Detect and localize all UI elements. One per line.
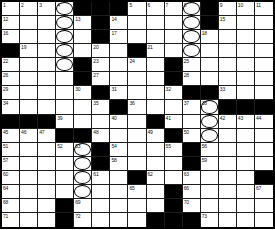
block-cell xyxy=(165,72,183,86)
block-cell xyxy=(92,86,110,100)
letter-cell[interactable] xyxy=(201,44,219,58)
block-cell xyxy=(92,16,110,30)
letter-cell[interactable] xyxy=(92,213,110,227)
clue-number: 72 xyxy=(75,213,80,219)
letter-cell[interactable] xyxy=(237,30,255,44)
letter-cell[interactable] xyxy=(74,115,92,129)
letter-cell[interactable]: 12 xyxy=(2,16,20,30)
letter-cell[interactable] xyxy=(255,58,273,72)
letter-cell[interactable]: 45 xyxy=(2,129,20,143)
letter-cell[interactable]: 6 xyxy=(147,2,165,16)
letter-cell[interactable] xyxy=(201,129,219,143)
letter-cell[interactable] xyxy=(255,143,273,157)
letter-cell[interactable] xyxy=(74,100,92,114)
block-cell xyxy=(255,171,273,185)
clue-number: 26 xyxy=(3,72,8,78)
letter-cell[interactable]: 66 xyxy=(183,185,201,199)
letter-cell[interactable] xyxy=(56,72,74,86)
letter-cell[interactable] xyxy=(237,171,255,185)
clue-number: 43 xyxy=(238,115,243,121)
letter-cell[interactable] xyxy=(110,44,128,58)
letter-cell[interactable] xyxy=(201,185,219,199)
letter-cell[interactable] xyxy=(38,30,56,44)
letter-cell[interactable]: 54 xyxy=(110,143,128,157)
clue-number: 50 xyxy=(184,129,189,135)
clue-number: 20 xyxy=(93,44,98,50)
clue-number: 73 xyxy=(202,213,207,219)
block-cell xyxy=(74,2,92,16)
letter-cell[interactable]: 29 xyxy=(2,86,20,100)
letter-cell[interactable] xyxy=(147,199,165,213)
letter-cell[interactable] xyxy=(20,185,38,199)
letter-cell[interactable]: 61 xyxy=(92,171,110,185)
letter-cell[interactable] xyxy=(128,129,146,143)
clue-number: 17 xyxy=(111,30,116,36)
letter-cell[interactable]: 65 xyxy=(128,185,146,199)
letter-cell[interactable]: 4 xyxy=(56,2,74,16)
letter-cell[interactable] xyxy=(165,44,183,58)
letter-cell[interactable] xyxy=(165,157,183,171)
letter-cell[interactable] xyxy=(147,30,165,44)
letter-cell[interactable]: 32 xyxy=(165,86,183,100)
letter-cell[interactable]: 43 xyxy=(237,115,255,129)
block-cell xyxy=(56,129,74,143)
letter-cell[interactable]: 7 xyxy=(165,2,183,16)
block-cell xyxy=(183,143,201,157)
clue-number: 49 xyxy=(148,129,153,135)
block-cell xyxy=(2,44,20,58)
circle-marker xyxy=(183,16,200,29)
letter-cell[interactable] xyxy=(201,115,219,129)
clue-number: 70 xyxy=(184,199,189,205)
letter-cell[interactable] xyxy=(110,171,128,185)
letter-cell[interactable] xyxy=(147,58,165,72)
letter-cell[interactable]: 62 xyxy=(147,171,165,185)
letter-cell[interactable]: 2 xyxy=(20,2,38,16)
letter-cell[interactable] xyxy=(56,157,74,171)
letter-cell[interactable] xyxy=(56,58,74,72)
letter-cell[interactable] xyxy=(38,171,56,185)
clue-number: 71 xyxy=(3,213,8,219)
letter-cell[interactable]: 52 xyxy=(56,143,74,157)
letter-cell[interactable]: 20 xyxy=(92,44,110,58)
letter-cell[interactable] xyxy=(20,157,38,171)
clue-number: 21 xyxy=(148,44,153,50)
letter-cell[interactable] xyxy=(74,30,92,44)
clue-number: 53 xyxy=(75,143,80,149)
letter-cell[interactable] xyxy=(56,16,74,30)
circle-marker xyxy=(201,129,218,142)
clue-number: 4 xyxy=(57,2,60,8)
clue-number: 3 xyxy=(39,2,42,8)
circle-marker xyxy=(74,157,91,170)
letter-cell[interactable]: 27 xyxy=(92,72,110,86)
letter-cell[interactable] xyxy=(183,115,201,129)
letter-cell[interactable] xyxy=(237,199,255,213)
letter-cell[interactable] xyxy=(110,185,128,199)
clue-number: 65 xyxy=(129,185,134,191)
letter-cell[interactable]: 69 xyxy=(74,199,92,213)
clue-number: 31 xyxy=(111,86,116,92)
clue-number: 35 xyxy=(93,100,98,106)
letter-cell[interactable]: 56 xyxy=(201,143,219,157)
letter-cell[interactable] xyxy=(92,115,110,129)
letter-cell[interactable] xyxy=(38,157,56,171)
letter-cell[interactable] xyxy=(237,157,255,171)
letter-cell[interactable] xyxy=(38,58,56,72)
letter-cell[interactable]: 34 xyxy=(2,100,20,114)
letter-cell[interactable]: 28 xyxy=(183,72,201,86)
clue-number: 15 xyxy=(220,16,225,22)
letter-cell[interactable] xyxy=(219,58,237,72)
letter-cell[interactable] xyxy=(147,100,165,114)
letter-cell[interactable] xyxy=(38,143,56,157)
block-cell xyxy=(110,2,128,16)
letter-cell[interactable] xyxy=(20,143,38,157)
letter-cell[interactable]: 19 xyxy=(20,44,38,58)
letter-cell[interactable]: 31 xyxy=(110,86,128,100)
letter-cell[interactable] xyxy=(56,171,74,185)
letter-cell[interactable] xyxy=(20,72,38,86)
letter-cell[interactable] xyxy=(110,199,128,213)
clue-number: 40 xyxy=(111,115,116,121)
letter-cell[interactable]: 11 xyxy=(255,2,273,16)
letter-cell[interactable] xyxy=(255,72,273,86)
letter-cell[interactable] xyxy=(255,30,273,44)
letter-cell[interactable]: 5 xyxy=(128,2,146,16)
letter-cell[interactable]: 3 xyxy=(38,2,56,16)
letter-cell[interactable]: 51 xyxy=(2,143,20,157)
letter-cell[interactable] xyxy=(74,157,92,171)
block-cell xyxy=(20,115,38,129)
clue-number: 61 xyxy=(93,171,98,177)
letter-cell[interactable] xyxy=(237,58,255,72)
letter-cell[interactable] xyxy=(147,86,165,100)
letter-cell[interactable] xyxy=(201,171,219,185)
letter-cell[interactable]: 1 xyxy=(2,2,20,16)
clue-number: 34 xyxy=(3,100,8,106)
block-cell xyxy=(183,86,201,100)
block-cell xyxy=(74,58,92,72)
block-cell xyxy=(201,2,219,16)
letter-cell[interactable] xyxy=(147,16,165,30)
letter-cell[interactable] xyxy=(56,185,74,199)
letter-cell[interactable]: 13 xyxy=(74,16,92,30)
letter-cell[interactable]: 26 xyxy=(2,72,20,86)
block-cell xyxy=(165,199,183,213)
letter-cell[interactable] xyxy=(38,199,56,213)
letter-cell[interactable] xyxy=(38,72,56,86)
block-cell xyxy=(201,86,219,100)
block-cell xyxy=(74,72,92,86)
letter-cell[interactable] xyxy=(255,213,273,227)
letter-cell[interactable]: 24 xyxy=(128,58,146,72)
letter-cell[interactable] xyxy=(255,44,273,58)
clue-number: 6 xyxy=(148,2,151,8)
letter-cell[interactable]: 30 xyxy=(74,86,92,100)
clue-number: 27 xyxy=(93,72,98,78)
letter-cell[interactable] xyxy=(110,72,128,86)
letter-cell[interactable]: 44 xyxy=(255,115,273,129)
clue-number: 39 xyxy=(57,115,62,121)
clue-number: 11 xyxy=(256,2,261,8)
letter-cell[interactable] xyxy=(38,185,56,199)
circle-marker xyxy=(56,16,73,29)
letter-cell[interactable]: 10 xyxy=(237,2,255,16)
letter-cell[interactable] xyxy=(219,72,237,86)
letter-cell[interactable]: 40 xyxy=(110,115,128,129)
letter-cell[interactable] xyxy=(255,199,273,213)
letter-cell[interactable] xyxy=(219,129,237,143)
letter-cell[interactable]: 22 xyxy=(2,58,20,72)
circle-marker xyxy=(201,115,218,128)
letter-cell[interactable] xyxy=(110,213,128,227)
clue-number: 2 xyxy=(21,2,24,8)
clue-number: 13 xyxy=(75,16,80,22)
letter-cell[interactable] xyxy=(74,171,92,185)
letter-cell[interactable] xyxy=(219,213,237,227)
letter-cell[interactable]: 59 xyxy=(201,157,219,171)
circle-marker xyxy=(74,185,91,198)
block-cell xyxy=(92,143,110,157)
clue-number: 24 xyxy=(129,58,134,64)
letter-cell[interactable] xyxy=(74,185,92,199)
clue-number: 25 xyxy=(184,58,189,64)
letter-cell[interactable]: 17 xyxy=(110,30,128,44)
letter-cell[interactable]: 71 xyxy=(2,213,20,227)
letter-cell[interactable]: 67 xyxy=(255,185,273,199)
block-cell xyxy=(38,115,56,129)
block-cell xyxy=(92,2,110,16)
letter-cell[interactable] xyxy=(219,30,237,44)
letter-cell[interactable] xyxy=(38,86,56,100)
clue-number: 42 xyxy=(220,115,225,121)
letter-cell[interactable]: 42 xyxy=(219,115,237,129)
clue-number: 63 xyxy=(184,171,189,177)
letter-cell[interactable] xyxy=(219,199,237,213)
clue-number: 57 xyxy=(3,157,8,163)
letter-cell[interactable]: 46 xyxy=(20,129,38,143)
letter-cell[interactable] xyxy=(128,199,146,213)
letter-cell[interactable] xyxy=(20,16,38,30)
letter-cell[interactable] xyxy=(20,213,38,227)
letter-cell[interactable]: 63 xyxy=(183,171,201,185)
clue-number: 28 xyxy=(184,72,189,78)
letter-cell[interactable]: 72 xyxy=(74,213,92,227)
letter-cell[interactable] xyxy=(20,199,38,213)
block-cell xyxy=(165,185,183,199)
letter-cell[interactable]: 55 xyxy=(165,143,183,157)
letter-cell[interactable]: 57 xyxy=(2,157,20,171)
clue-number: 19 xyxy=(21,44,26,50)
letter-cell[interactable] xyxy=(183,16,201,30)
letter-cell[interactable] xyxy=(147,157,165,171)
clue-number: 9 xyxy=(220,2,223,8)
letter-cell[interactable]: 68 xyxy=(2,199,20,213)
block-cell xyxy=(147,115,165,129)
letter-cell[interactable]: 9 xyxy=(219,2,237,16)
letter-cell[interactable] xyxy=(147,185,165,199)
letter-cell[interactable] xyxy=(56,30,74,44)
block-cell xyxy=(165,213,183,227)
clue-number: 5 xyxy=(129,2,132,8)
letter-cell[interactable] xyxy=(165,30,183,44)
clue-number: 66 xyxy=(184,185,189,191)
block-cell xyxy=(56,213,74,227)
letter-cell[interactable]: 14 xyxy=(110,16,128,30)
clue-number: 7 xyxy=(166,2,169,8)
block-cell xyxy=(183,213,201,227)
letter-cell[interactable]: 48 xyxy=(92,129,110,143)
clue-number: 33 xyxy=(220,86,225,92)
clue-number: 58 xyxy=(111,157,116,163)
clue-number: 68 xyxy=(3,199,8,205)
letter-cell[interactable] xyxy=(20,171,38,185)
letter-cell[interactable] xyxy=(92,185,110,199)
letter-cell[interactable] xyxy=(219,171,237,185)
letter-cell[interactable]: 49 xyxy=(147,129,165,143)
letter-cell[interactable] xyxy=(165,16,183,30)
block-cell xyxy=(128,171,146,185)
clue-number: 48 xyxy=(93,129,98,135)
block-cell xyxy=(128,44,146,58)
letter-cell[interactable] xyxy=(110,129,128,143)
letter-cell[interactable]: 16 xyxy=(2,30,20,44)
letter-cell[interactable] xyxy=(128,72,146,86)
clue-number: 29 xyxy=(3,86,8,92)
clue-number: 1 xyxy=(3,2,6,8)
letter-cell[interactable] xyxy=(201,58,219,72)
letter-cell[interactable] xyxy=(255,86,273,100)
letter-cell[interactable] xyxy=(237,129,255,143)
letter-cell[interactable] xyxy=(128,16,146,30)
clue-number: 30 xyxy=(75,86,80,92)
clue-number: 64 xyxy=(3,185,8,191)
block-cell xyxy=(74,129,92,143)
clue-number: 51 xyxy=(3,143,8,149)
letter-cell[interactable]: 15 xyxy=(219,16,237,30)
letter-cell[interactable] xyxy=(165,171,183,185)
letter-cell[interactable]: 36 xyxy=(128,100,146,114)
letter-cell[interactable] xyxy=(237,185,255,199)
letter-cell[interactable] xyxy=(38,213,56,227)
clue-number: 55 xyxy=(166,143,171,149)
letter-cell[interactable] xyxy=(255,157,273,171)
block-cell xyxy=(92,30,110,44)
letter-cell[interactable]: 33 xyxy=(219,86,237,100)
block-cell xyxy=(2,115,20,129)
crossword-page: 1234567891011121314151617181920212223242… xyxy=(0,0,275,230)
letter-cell[interactable] xyxy=(128,157,146,171)
letter-cell[interactable] xyxy=(56,100,74,114)
letter-cell[interactable] xyxy=(255,16,273,30)
letter-cell[interactable]: 23 xyxy=(92,58,110,72)
letter-cell[interactable]: 35 xyxy=(92,100,110,114)
letter-cell[interactable] xyxy=(201,72,219,86)
letter-cell[interactable] xyxy=(20,58,38,72)
letter-cell[interactable] xyxy=(147,72,165,86)
letter-cell[interactable] xyxy=(219,185,237,199)
letter-cell[interactable] xyxy=(237,213,255,227)
clue-number: 38 xyxy=(202,100,207,106)
letter-cell[interactable] xyxy=(20,100,38,114)
clue-number: 22 xyxy=(3,58,8,64)
letter-cell[interactable] xyxy=(237,143,255,157)
letter-cell[interactable] xyxy=(56,86,74,100)
letter-cell[interactable]: 38 xyxy=(201,100,219,114)
letter-cell[interactable]: 37 xyxy=(183,100,201,114)
letter-cell[interactable] xyxy=(128,30,146,44)
clue-number: 56 xyxy=(202,143,207,149)
letter-cell[interactable]: 47 xyxy=(38,129,56,143)
letter-cell[interactable] xyxy=(237,16,255,30)
clue-number: 54 xyxy=(111,143,116,149)
letter-cell[interactable] xyxy=(165,100,183,114)
letter-cell[interactable] xyxy=(183,30,201,44)
letter-cell[interactable]: 39 xyxy=(56,115,74,129)
letter-cell[interactable]: 18 xyxy=(201,30,219,44)
letter-cell[interactable]: 21 xyxy=(147,44,165,58)
letter-cell[interactable] xyxy=(219,44,237,58)
letter-cell[interactable] xyxy=(255,129,273,143)
letter-cell[interactable]: 58 xyxy=(110,157,128,171)
letter-cell[interactable] xyxy=(237,86,255,100)
clue-number: 14 xyxy=(111,16,116,22)
letter-cell[interactable]: 8 xyxy=(183,2,201,16)
letter-cell[interactable] xyxy=(183,44,201,58)
clue-number: 44 xyxy=(256,115,261,121)
letter-cell[interactable] xyxy=(38,100,56,114)
letter-cell[interactable] xyxy=(74,44,92,58)
letter-cell[interactable]: 64 xyxy=(2,185,20,199)
block-cell xyxy=(56,199,74,213)
letter-cell[interactable] xyxy=(219,157,237,171)
letter-cell[interactable] xyxy=(20,86,38,100)
letter-cell[interactable]: 41 xyxy=(165,115,183,129)
letter-cell[interactable] xyxy=(128,86,146,100)
clue-number: 67 xyxy=(256,185,261,191)
letter-cell[interactable] xyxy=(38,44,56,58)
clue-number: 37 xyxy=(184,100,189,106)
letter-cell[interactable] xyxy=(237,44,255,58)
block-cell xyxy=(165,58,183,72)
letter-cell[interactable]: 25 xyxy=(183,58,201,72)
clue-number: 60 xyxy=(3,171,8,177)
letter-cell[interactable] xyxy=(219,143,237,157)
letter-cell[interactable] xyxy=(128,143,146,157)
letter-cell[interactable] xyxy=(147,143,165,157)
letter-cell[interactable] xyxy=(128,115,146,129)
letter-cell[interactable]: 60 xyxy=(2,171,20,185)
letter-cell[interactable] xyxy=(92,199,110,213)
letter-cell[interactable]: 53 xyxy=(74,143,92,157)
letter-cell[interactable]: 73 xyxy=(201,213,219,227)
letter-cell[interactable] xyxy=(56,44,74,58)
clue-number: 46 xyxy=(21,129,26,135)
letter-cell[interactable]: 70 xyxy=(183,199,201,213)
letter-cell[interactable] xyxy=(128,213,146,227)
clue-number: 62 xyxy=(148,171,153,177)
crossword-board: 1234567891011121314151617181920212223242… xyxy=(0,0,275,229)
letter-cell[interactable] xyxy=(110,58,128,72)
clue-number: 52 xyxy=(57,143,62,149)
letter-cell[interactable] xyxy=(201,199,219,213)
letter-cell[interactable]: 50 xyxy=(183,129,201,143)
letter-cell[interactable] xyxy=(237,72,255,86)
letter-cell[interactable] xyxy=(20,30,38,44)
letter-cell[interactable] xyxy=(38,16,56,30)
circle-marker xyxy=(56,44,73,57)
